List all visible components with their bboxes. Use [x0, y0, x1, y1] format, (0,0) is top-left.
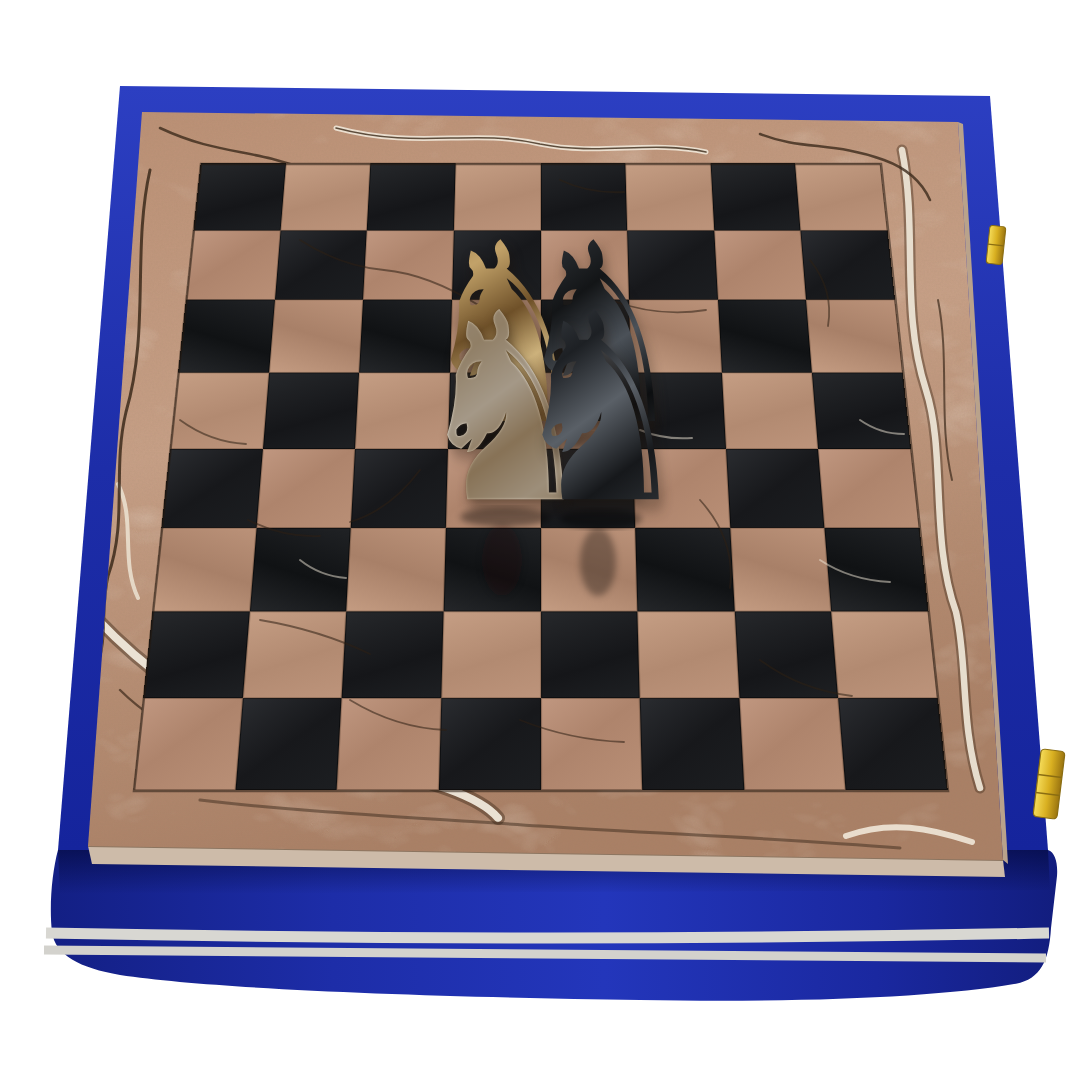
square-c6 — [359, 300, 452, 373]
square-e5 — [541, 373, 634, 449]
square-f8 — [625, 163, 714, 230]
square-f1 — [640, 698, 744, 790]
square-c2 — [342, 611, 444, 698]
square-e6 — [541, 300, 632, 373]
square-a7 — [186, 230, 280, 300]
square-b2 — [242, 611, 346, 698]
square-h3 — [825, 528, 929, 611]
square-h2 — [831, 611, 937, 698]
brass-hinge-top — [986, 225, 1006, 264]
square-a6 — [178, 300, 274, 373]
chess-board — [133, 163, 947, 790]
square-c1 — [337, 698, 441, 790]
square-c7 — [363, 230, 453, 300]
square-a5 — [170, 373, 269, 449]
square-d7 — [452, 230, 541, 300]
square-f6 — [629, 300, 722, 373]
square-c5 — [355, 373, 450, 449]
square-b8 — [280, 163, 370, 230]
square-b1 — [235, 698, 342, 790]
square-h5 — [812, 373, 911, 449]
square-f4 — [633, 449, 730, 528]
square-d3 — [444, 528, 541, 611]
square-b5 — [263, 373, 360, 449]
case-trim-stripe-1 — [46, 933, 1049, 938]
square-b6 — [269, 300, 363, 373]
square-f7 — [627, 230, 717, 300]
square-a4 — [161, 449, 262, 528]
square-g6 — [718, 300, 812, 373]
square-d8 — [454, 163, 541, 230]
square-e1 — [541, 698, 643, 790]
square-a3 — [153, 528, 257, 611]
square-c8 — [367, 163, 456, 230]
square-e8 — [541, 163, 628, 230]
square-g8 — [710, 163, 800, 230]
product-photo: ♞♞♞♞ — [0, 0, 1080, 1080]
square-h4 — [818, 449, 919, 528]
square-g4 — [726, 449, 825, 528]
square-c4 — [351, 449, 448, 528]
square-g7 — [714, 230, 806, 300]
square-g5 — [722, 373, 819, 449]
square-b4 — [256, 449, 355, 528]
square-f3 — [635, 528, 734, 611]
square-d4 — [446, 449, 541, 528]
square-d2 — [441, 611, 540, 698]
square-d1 — [439, 698, 541, 790]
square-a2 — [143, 611, 249, 698]
square-g3 — [730, 528, 831, 611]
square-f5 — [631, 373, 726, 449]
square-a8 — [193, 163, 285, 230]
square-h1 — [839, 698, 948, 790]
square-h8 — [795, 163, 887, 230]
square-g1 — [739, 698, 846, 790]
square-f2 — [637, 611, 739, 698]
square-d6 — [450, 300, 541, 373]
square-d5 — [448, 373, 541, 449]
square-h6 — [806, 300, 902, 373]
square-e3 — [541, 528, 638, 611]
square-c3 — [347, 528, 446, 611]
square-e2 — [541, 611, 640, 698]
square-g2 — [734, 611, 838, 698]
square-e4 — [541, 449, 636, 528]
square-h7 — [801, 230, 895, 300]
square-b7 — [275, 230, 367, 300]
square-b3 — [250, 528, 351, 611]
square-a1 — [133, 698, 242, 790]
square-e7 — [541, 230, 630, 300]
